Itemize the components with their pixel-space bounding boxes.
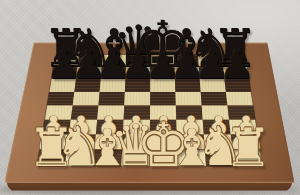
- square-h5-grain: [226, 92, 253, 106]
- square-e5-grain: [150, 92, 176, 106]
- piece-white-rook-h1[interactable]: ♜: [224, 120, 272, 173]
- square-a5-grain: [47, 92, 75, 106]
- piece-black-pawn-h7[interactable]: ♟: [219, 44, 255, 84]
- square-g5-grain: [201, 92, 228, 106]
- board-side-edge: [7, 183, 292, 191]
- square-b5-grain: [73, 92, 100, 106]
- square-c5-grain: [99, 92, 125, 106]
- photo-scene: ♜♞♝♛♚♝♞♜♟♟♟♟♟♟♟♟♟♟♟♟♟♟♟♟♜♞♝♛♚♝♞♜: [0, 0, 300, 195]
- square-f5-grain: [175, 92, 201, 106]
- square-d5-grain: [124, 92, 150, 106]
